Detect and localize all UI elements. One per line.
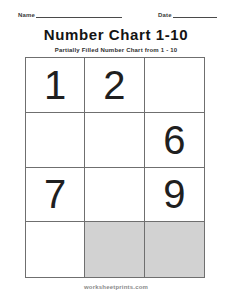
header-fields: Name Date: [0, 8, 232, 20]
chart-cell-r1c3: [145, 58, 204, 113]
chart-cell-r3c1: 7: [26, 168, 85, 223]
chart-cell-r2c2: [85, 113, 144, 168]
name-blank-line: [36, 10, 122, 18]
name-label: Name: [18, 12, 35, 18]
footer-website-text: worksheetprints.com: [0, 284, 232, 290]
chart-cell-r4c2-unused: [85, 222, 144, 277]
worksheet-page: Name Date Number Chart 1-10 Partially Fi…: [0, 0, 232, 300]
date-field: Date: [158, 10, 217, 18]
page-title: Number Chart 1-10: [0, 26, 232, 43]
chart-cell-r1c1: 1: [26, 58, 85, 113]
chart-cell-r1c2: 2: [85, 58, 144, 113]
number-chart-grid: 1 2 6 7 9: [25, 57, 205, 278]
page-subtitle: Partially Filled Number Chart from 1 - 1…: [0, 47, 232, 53]
chart-cell-r2c1: [26, 113, 85, 168]
name-field: Name: [18, 10, 122, 18]
chart-cell-r2c3: 6: [145, 113, 204, 168]
chart-cell-r4c3-unused: [145, 222, 204, 277]
date-blank-line: [173, 10, 217, 18]
chart-cell-r3c3: 9: [145, 168, 204, 223]
chart-cell-r3c2: [85, 168, 144, 223]
date-label: Date: [158, 12, 172, 18]
chart-cell-r4c1: [26, 222, 85, 277]
